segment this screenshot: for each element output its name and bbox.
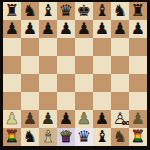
square-h7[interactable]: ♟ xyxy=(129,20,147,38)
square-d2[interactable]: ♟ xyxy=(57,110,75,128)
white-pawn-khaki[interactable]: ♟ xyxy=(5,110,19,128)
square-e2[interactable]: ♟ xyxy=(75,110,93,128)
square-a7[interactable]: ♟ xyxy=(3,20,21,38)
square-h3[interactable] xyxy=(129,92,147,110)
black-pawn[interactable]: ♟ xyxy=(77,20,91,38)
white-pawn-black[interactable]: ♟ xyxy=(59,110,73,128)
square-b3[interactable] xyxy=(21,92,39,110)
square-f6[interactable] xyxy=(93,38,111,56)
square-c7[interactable]: ♟ xyxy=(39,20,57,38)
chess-board: ♜♞♝♛♚♝♞♜♟♟♟♟♟♟♟♟♟♟♟♟♟♟♙oo♟♜♞♝♛♛♝♞♜ xyxy=(3,2,147,146)
square-a8[interactable]: ♜ xyxy=(3,2,21,20)
white-pawn-olive[interactable]: ♟ xyxy=(131,110,145,128)
square-b1[interactable]: ♞ xyxy=(21,128,39,146)
square-f5[interactable] xyxy=(93,56,111,74)
square-c2[interactable]: ♟ xyxy=(39,110,57,128)
chess-app-frame: ♜♞♝♛♚♝♞♜♟♟♟♟♟♟♟♟♟♟♟♟♟♟♙oo♟♜♞♝♛♛♝♞♜ xyxy=(0,0,150,150)
square-g4[interactable] xyxy=(111,74,129,92)
square-f1[interactable]: ♝ xyxy=(93,128,111,146)
black-king[interactable]: ♚ xyxy=(77,2,91,20)
square-e5[interactable] xyxy=(75,56,93,74)
square-c8[interactable]: ♝ xyxy=(39,2,57,20)
white-pawn-sage[interactable]: ♟ xyxy=(77,110,91,128)
square-d6[interactable] xyxy=(57,38,75,56)
square-a2[interactable]: ♟ xyxy=(3,110,21,128)
square-b2[interactable]: ♟ xyxy=(21,110,39,128)
square-d7[interactable]: ♟ xyxy=(57,20,75,38)
square-f3[interactable] xyxy=(93,92,111,110)
square-c3[interactable] xyxy=(39,92,57,110)
square-b4[interactable] xyxy=(21,74,39,92)
square-c4[interactable] xyxy=(39,74,57,92)
black-knight[interactable]: ♞ xyxy=(113,2,127,20)
square-e6[interactable] xyxy=(75,38,93,56)
white-pawn-brown[interactable]: ♟ xyxy=(23,110,37,128)
white-rook-rainbow[interactable]: ♜ xyxy=(131,128,145,146)
black-rook[interactable]: ♜ xyxy=(131,2,145,20)
square-f4[interactable] xyxy=(93,74,111,92)
square-a3[interactable] xyxy=(3,92,21,110)
black-pawn[interactable]: ♟ xyxy=(23,20,37,38)
square-h1[interactable]: ♜ xyxy=(129,128,147,146)
white-queen-purple-gold[interactable]: ♛ xyxy=(59,128,73,146)
square-g1[interactable]: ♞ xyxy=(111,128,129,146)
square-e1[interactable]: ♛ xyxy=(75,128,93,146)
square-c1[interactable]: ♝ xyxy=(39,128,57,146)
black-bishop[interactable]: ♝ xyxy=(41,2,55,20)
black-pawn[interactable]: ♟ xyxy=(113,20,127,38)
square-e7[interactable]: ♟ xyxy=(75,20,93,38)
square-e8[interactable]: ♚ xyxy=(75,2,93,20)
white-pawn-black[interactable]: ♟ xyxy=(95,110,109,128)
square-e4[interactable] xyxy=(75,74,93,92)
square-g8[interactable]: ♞ xyxy=(111,2,129,20)
square-d1[interactable]: ♛ xyxy=(57,128,75,146)
square-a6[interactable] xyxy=(3,38,21,56)
square-b8[interactable]: ♞ xyxy=(21,2,39,20)
square-d5[interactable] xyxy=(57,56,75,74)
square-g7[interactable]: ♟ xyxy=(111,20,129,38)
square-a1[interactable]: ♜ xyxy=(3,128,21,146)
black-pawn[interactable]: ♟ xyxy=(131,20,145,38)
square-c6[interactable] xyxy=(39,38,57,56)
square-f8[interactable]: ♝ xyxy=(93,2,111,20)
square-b5[interactable] xyxy=(21,56,39,74)
black-bishop[interactable]: ♝ xyxy=(95,2,109,20)
square-g3[interactable] xyxy=(111,92,129,110)
square-g5[interactable] xyxy=(111,56,129,74)
square-d4[interactable] xyxy=(57,74,75,92)
white-bishop-black[interactable]: ♝ xyxy=(95,128,109,146)
black-pawn[interactable]: ♟ xyxy=(95,20,109,38)
white-rook-rainbow[interactable]: ♜ xyxy=(5,128,19,146)
square-c5[interactable] xyxy=(39,56,57,74)
white-knight-black[interactable]: ♞ xyxy=(23,128,37,146)
square-b7[interactable]: ♟ xyxy=(21,20,39,38)
square-h6[interactable] xyxy=(129,38,147,56)
square-e3[interactable] xyxy=(75,92,93,110)
black-rook[interactable]: ♜ xyxy=(5,2,19,20)
square-d8[interactable]: ♛ xyxy=(57,2,75,20)
black-pawn[interactable]: ♟ xyxy=(5,20,19,38)
black-pawn[interactable]: ♟ xyxy=(41,20,55,38)
white-bishop-cream[interactable]: ♝ xyxy=(41,128,55,146)
bicycle-doodle-icon: oo xyxy=(121,120,129,127)
square-f2[interactable]: ♟ xyxy=(93,110,111,128)
square-h8[interactable]: ♜ xyxy=(129,2,147,20)
white-knight-brown[interactable]: ♞ xyxy=(113,128,127,146)
square-h5[interactable] xyxy=(129,56,147,74)
square-h4[interactable] xyxy=(129,74,147,92)
square-d3[interactable] xyxy=(57,92,75,110)
white-pawn-dark-olive[interactable]: ♟ xyxy=(41,110,55,128)
square-g6[interactable] xyxy=(111,38,129,56)
square-g2[interactable]: ♙oo xyxy=(111,110,129,128)
square-a4[interactable] xyxy=(3,74,21,92)
square-b6[interactable] xyxy=(21,38,39,56)
black-queen[interactable]: ♛ xyxy=(59,2,73,20)
black-pawn[interactable]: ♟ xyxy=(59,20,73,38)
square-f7[interactable]: ♟ xyxy=(93,20,111,38)
black-knight[interactable]: ♞ xyxy=(23,2,37,20)
square-a5[interactable] xyxy=(3,56,21,74)
white-king-dark-crown[interactable]: ♛ xyxy=(77,128,91,146)
square-h2[interactable]: ♟ xyxy=(129,110,147,128)
